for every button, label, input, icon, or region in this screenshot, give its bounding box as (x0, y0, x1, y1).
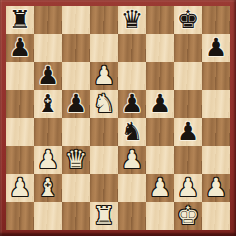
square-d2[interactable] (90, 174, 118, 202)
square-h2[interactable]: ♟ (202, 174, 230, 202)
square-f5[interactable]: ♟ (146, 90, 174, 118)
piece-white-pawn: ♟ (205, 174, 227, 202)
square-f7[interactable] (146, 34, 174, 62)
square-a4[interactable] (6, 118, 34, 146)
square-g3[interactable] (174, 146, 202, 174)
square-c1[interactable] (62, 202, 90, 230)
square-g1[interactable]: ♚ (174, 202, 202, 230)
piece-white-pawn: ♟ (37, 146, 59, 174)
square-a6[interactable] (6, 62, 34, 90)
square-c2[interactable] (62, 174, 90, 202)
square-a2[interactable]: ♟ (6, 174, 34, 202)
piece-black-pawn: ♟ (205, 34, 227, 62)
square-h4[interactable] (202, 118, 230, 146)
square-f3[interactable] (146, 146, 174, 174)
square-e1[interactable] (118, 202, 146, 230)
square-g8[interactable]: ♚ (174, 6, 202, 34)
square-b8[interactable] (34, 6, 62, 34)
square-e7[interactable] (118, 34, 146, 62)
piece-black-pawn: ♟ (65, 90, 87, 118)
piece-white-pawn: ♟ (9, 174, 31, 202)
square-h7[interactable]: ♟ (202, 34, 230, 62)
square-c4[interactable] (62, 118, 90, 146)
square-h5[interactable] (202, 90, 230, 118)
piece-white-pawn: ♟ (149, 174, 171, 202)
piece-black-pawn: ♟ (149, 90, 171, 118)
piece-white-bishop: ♝ (37, 174, 59, 202)
square-d7[interactable] (90, 34, 118, 62)
square-a8[interactable]: ♜ (6, 6, 34, 34)
piece-white-pawn: ♟ (121, 146, 143, 174)
piece-white-pawn: ♟ (177, 174, 199, 202)
square-d8[interactable] (90, 6, 118, 34)
square-a5[interactable] (6, 90, 34, 118)
square-h3[interactable] (202, 146, 230, 174)
board-frame: ♜♛♚♟♟♟♟♝♟♞♟♟♞♟♟♛♟♟♝♟♟♟♜♚ (0, 0, 236, 236)
square-g5[interactable] (174, 90, 202, 118)
square-g4[interactable]: ♟ (174, 118, 202, 146)
square-e8[interactable]: ♛ (118, 6, 146, 34)
square-a3[interactable] (6, 146, 34, 174)
piece-black-king: ♚ (177, 6, 199, 34)
square-e6[interactable] (118, 62, 146, 90)
square-f4[interactable] (146, 118, 174, 146)
square-g2[interactable]: ♟ (174, 174, 202, 202)
square-h6[interactable] (202, 62, 230, 90)
square-c8[interactable] (62, 6, 90, 34)
square-a7[interactable]: ♟ (6, 34, 34, 62)
square-d6[interactable]: ♟ (90, 62, 118, 90)
square-g6[interactable] (174, 62, 202, 90)
piece-black-pawn: ♟ (37, 62, 59, 90)
square-d5[interactable]: ♞ (90, 90, 118, 118)
square-e3[interactable]: ♟ (118, 146, 146, 174)
piece-white-king: ♚ (177, 202, 199, 230)
piece-white-pawn: ♟ (93, 62, 115, 90)
square-d1[interactable]: ♜ (90, 202, 118, 230)
square-d4[interactable] (90, 118, 118, 146)
square-e5[interactable]: ♟ (118, 90, 146, 118)
square-b4[interactable] (34, 118, 62, 146)
chess-board: ♜♛♚♟♟♟♟♝♟♞♟♟♞♟♟♛♟♟♝♟♟♟♜♚ (6, 6, 230, 230)
square-e2[interactable] (118, 174, 146, 202)
square-c3[interactable]: ♛ (62, 146, 90, 174)
square-c5[interactable]: ♟ (62, 90, 90, 118)
square-f1[interactable] (146, 202, 174, 230)
piece-white-knight: ♞ (93, 90, 115, 118)
square-e4[interactable]: ♞ (118, 118, 146, 146)
square-b3[interactable]: ♟ (34, 146, 62, 174)
square-f6[interactable] (146, 62, 174, 90)
square-c7[interactable] (62, 34, 90, 62)
piece-black-pawn: ♟ (121, 90, 143, 118)
square-f8[interactable] (146, 6, 174, 34)
square-b6[interactable]: ♟ (34, 62, 62, 90)
square-c6[interactable] (62, 62, 90, 90)
square-h1[interactable] (202, 202, 230, 230)
piece-black-pawn: ♟ (9, 34, 31, 62)
square-b2[interactable]: ♝ (34, 174, 62, 202)
square-b1[interactable] (34, 202, 62, 230)
square-d3[interactable] (90, 146, 118, 174)
square-b5[interactable]: ♝ (34, 90, 62, 118)
square-a1[interactable] (6, 202, 34, 230)
piece-black-knight: ♞ (121, 118, 143, 146)
piece-black-rook: ♜ (9, 6, 31, 34)
piece-black-queen: ♛ (121, 6, 143, 34)
square-g7[interactable] (174, 34, 202, 62)
piece-white-rook: ♜ (93, 202, 115, 230)
piece-black-pawn: ♟ (177, 118, 199, 146)
piece-white-queen: ♛ (65, 146, 87, 174)
square-f2[interactable]: ♟ (146, 174, 174, 202)
piece-black-bishop: ♝ (37, 90, 59, 118)
square-b7[interactable] (34, 34, 62, 62)
square-h8[interactable] (202, 6, 230, 34)
